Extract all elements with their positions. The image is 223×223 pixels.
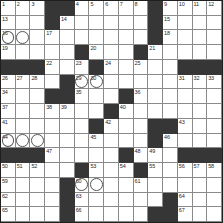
white-cell-r2c14[interactable] [193,16,208,31]
white-cell-r3c14[interactable] [193,30,208,45]
white-cell-r14c1[interactable]: 62 [1,193,16,208]
white-cell-r2c3[interactable] [30,16,45,31]
clue-number-32: 32 [194,75,200,82]
white-cell-r15c7[interactable] [89,207,104,222]
white-cell-r10c1[interactable]: 44 [1,134,16,149]
white-cell-r9c6[interactable] [75,119,90,134]
clue-number-60: 60 [76,178,82,185]
white-cell-r14c2[interactable] [16,193,31,208]
clue-number-54: 54 [120,163,126,170]
block-cell-r13c5 [60,178,75,193]
clue-number-44: 44 [2,134,8,141]
white-cell-r4c4[interactable] [45,45,60,60]
white-cell-r4c1[interactable]: 19 [1,45,16,60]
white-cell-r6c11[interactable] [148,75,163,90]
white-cell-r13c1[interactable]: 59 [1,178,16,193]
white-cell-r6c8[interactable] [104,75,119,90]
clue-number-4: 4 [76,1,79,8]
white-cell-r3c8[interactable] [104,30,119,45]
clue-number-67: 67 [179,207,185,214]
circle-marker [16,134,29,147]
white-cell-r4c11[interactable]: 21 [148,45,163,60]
clue-number-58: 58 [208,163,214,170]
block-cell-r15c12 [163,207,178,222]
clue-number-19: 19 [2,45,8,52]
white-cell-r13c15[interactable] [207,178,222,193]
white-cell-r6c7[interactable]: 30 [89,75,104,90]
clue-number-25: 25 [135,60,141,67]
white-cell-r15c14[interactable] [193,207,208,222]
clue-number-59: 59 [2,178,8,185]
white-cell-r13c6[interactable]: 60 [75,178,90,193]
white-cell-r1c10[interactable]: 8 [134,1,149,16]
white-cell-r15c8[interactable] [104,207,119,222]
white-cell-r12c11[interactable]: 55 [148,163,163,178]
white-cell-r10c10[interactable] [134,134,149,149]
white-cell-r13c2[interactable] [16,178,31,193]
white-cell-r10c7[interactable]: 45 [89,134,104,149]
block-cell-r7c9 [119,89,134,104]
white-cell-r9c10[interactable] [134,119,149,134]
clue-number-36: 36 [135,89,141,96]
white-cell-r10c3[interactable] [30,134,45,149]
white-cell-r7c1[interactable]: 34 [1,89,16,104]
clue-number-63: 63 [76,193,82,200]
white-cell-r6c6[interactable]: 29 [75,75,90,90]
clue-number-11: 11 [194,1,199,8]
white-cell-r6c13[interactable]: 31 [178,75,193,90]
white-cell-r4c5[interactable] [60,45,75,60]
white-cell-r15c9[interactable] [119,207,134,222]
white-cell-r15c4[interactable] [45,207,60,222]
white-cell-r15c10[interactable] [134,207,149,222]
clue-number-62: 62 [2,193,8,200]
block-cell-r6c5 [60,75,75,90]
clue-number-27: 27 [17,75,23,82]
white-cell-r1c15[interactable]: 12 [207,1,222,16]
block-cell-r5c7 [89,60,104,75]
block-cell-r11c1 [1,148,16,163]
block-cell-r5c15 [207,60,222,75]
white-cell-r4c8[interactable] [104,45,119,60]
white-cell-r15c6[interactable]: 66 [75,207,90,222]
white-cell-r3c6[interactable] [75,30,90,45]
white-cell-r15c2[interactable] [16,207,31,222]
circle-marker [31,134,44,147]
clue-number-65: 65 [2,207,8,214]
crossword-grid: 1234567891011121314151617181920212223242… [0,0,223,223]
white-cell-r5c12[interactable] [163,60,178,75]
white-cell-r13c13[interactable] [178,178,193,193]
white-cell-r7c15[interactable] [207,89,222,104]
white-cell-r6c3[interactable]: 28 [30,75,45,90]
white-cell-r5c9[interactable] [119,60,134,75]
white-cell-r13c11[interactable] [148,178,163,193]
block-cell-r8c8 [104,104,119,119]
white-cell-r12c14[interactable]: 57 [193,163,208,178]
white-cell-r8c10[interactable] [134,104,149,119]
white-cell-r6c2[interactable]: 27 [16,75,31,90]
clue-number-9: 9 [164,1,167,8]
block-cell-r15c11 [148,207,163,222]
block-cell-r5c2 [16,60,31,75]
white-cell-r4c12[interactable] [163,45,178,60]
white-cell-r10c12[interactable]: 46 [163,134,178,149]
block-cell-r1c5 [60,1,75,16]
white-cell-r2c15[interactable] [207,16,222,31]
block-cell-r3c11 [148,30,163,45]
white-cell-r8c13[interactable] [178,104,193,119]
clue-number-49: 49 [149,148,155,155]
clue-number-29: 29 [76,75,82,82]
white-cell-r6c4[interactable] [45,75,60,90]
block-cell-r11c3 [30,148,45,163]
white-cell-r11c4[interactable]: 47 [45,148,60,163]
clue-number-57: 57 [194,163,200,170]
white-cell-r10c13[interactable] [178,134,193,149]
block-cell-r14c12 [163,193,178,208]
white-cell-r15c15[interactable] [207,207,222,222]
block-cell-r14c5 [60,193,75,208]
white-cell-r14c8[interactable] [104,193,119,208]
white-cell-r7c11[interactable] [148,89,163,104]
white-cell-r13c4[interactable] [45,178,60,193]
clue-number-66: 66 [76,207,82,214]
block-cell-r7c5 [60,89,75,104]
white-cell-r8c4[interactable]: 38 [45,104,60,119]
white-cell-r8c1[interactable]: 37 [1,104,16,119]
white-cell-r9c8[interactable]: 42 [104,119,119,134]
white-cell-r8c6[interactable] [75,104,90,119]
block-cell-r5c14 [193,60,208,75]
white-cell-r7c12[interactable] [163,89,178,104]
white-cell-r13c7[interactable] [89,178,104,193]
block-cell-r9c11 [148,119,163,134]
white-cell-r10c14[interactable] [193,134,208,149]
white-cell-r10c2[interactable] [16,134,31,149]
white-cell-r10c15[interactable] [207,134,222,149]
white-cell-r3c12[interactable]: 18 [163,30,178,45]
white-cell-r11c6[interactable] [75,148,90,163]
white-cell-r7c3[interactable] [30,89,45,104]
clue-number-16: 16 [2,30,8,37]
white-cell-r12c12[interactable] [163,163,178,178]
white-cell-r7c8[interactable] [104,89,119,104]
white-cell-r1c12[interactable]: 9 [163,1,178,16]
white-cell-r2c10[interactable] [134,16,149,31]
white-cell-r10c8[interactable] [104,134,119,149]
white-cell-r14c4[interactable] [45,193,60,208]
white-cell-r8c5[interactable]: 39 [60,104,75,119]
block-cell-r7c4 [45,89,60,104]
white-cell-r9c3[interactable] [30,119,45,134]
block-cell-r1c11 [148,1,163,16]
clue-number-45: 45 [90,134,96,141]
white-cell-r11c5[interactable] [60,148,75,163]
white-cell-r15c3[interactable] [30,207,45,222]
white-cell-r8c14[interactable] [193,104,208,119]
clue-number-5: 5 [90,1,93,8]
block-cell-r4c10 [134,45,149,60]
clue-number-39: 39 [61,104,67,111]
white-cell-r1c14[interactable]: 11 [193,1,208,16]
clue-number-30: 30 [90,75,96,82]
white-cell-r5c6[interactable]: 23 [75,60,90,75]
circle-marker [16,31,29,44]
white-cell-r4c7[interactable]: 20 [89,45,104,60]
white-cell-r8c9[interactable]: 40 [119,104,134,119]
white-cell-r2c5[interactable]: 14 [60,16,75,31]
white-cell-r12c1[interactable]: 50 [1,163,16,178]
clue-number-34: 34 [2,89,8,96]
clue-number-42: 42 [105,119,111,126]
clue-number-22: 22 [46,60,52,67]
white-cell-r3c9[interactable] [119,30,134,45]
block-cell-r11c15 [207,148,222,163]
clue-number-17: 17 [46,30,52,37]
white-cell-r3c10[interactable] [134,30,149,45]
block-cell-r5c13 [178,60,193,75]
white-cell-r9c4[interactable] [45,119,60,134]
block-cell-r10c11 [148,134,163,149]
white-cell-r12c9[interactable]: 54 [119,163,134,178]
white-cell-r14c6[interactable]: 63 [75,193,90,208]
white-cell-r12c3[interactable]: 52 [30,163,45,178]
clue-number-12: 12 [208,1,214,8]
clue-number-40: 40 [120,104,126,111]
white-cell-r4c2[interactable] [16,45,31,60]
white-cell-r4c3[interactable] [30,45,45,60]
clue-number-53: 53 [90,163,96,170]
clue-number-41: 41 [2,119,8,126]
white-cell-r12c8[interactable] [104,163,119,178]
clue-number-55: 55 [149,163,155,170]
white-cell-r13c8[interactable] [104,178,119,193]
white-cell-r3c4[interactable]: 17 [45,30,60,45]
clue-number-46: 46 [164,134,170,141]
block-cell-r9c7 [89,119,104,134]
white-cell-r3c1[interactable]: 16 [1,30,16,45]
white-cell-r13c12[interactable] [163,178,178,193]
white-cell-r11c10[interactable]: 48 [134,148,149,163]
white-cell-r4c9[interactable] [119,45,134,60]
white-cell-r14c14[interactable] [193,193,208,208]
white-cell-r13c3[interactable] [30,178,45,193]
white-cell-r3c2[interactable] [16,30,31,45]
block-cell-r5c3 [30,60,45,75]
white-cell-r7c2[interactable] [16,89,31,104]
white-cell-r8c11[interactable] [148,104,163,119]
white-cell-r1c9[interactable]: 7 [119,1,134,16]
white-cell-r2c2[interactable] [16,16,31,31]
white-cell-r6c14[interactable]: 32 [193,75,208,90]
white-cell-r2c7[interactable] [89,16,104,31]
clue-number-51: 51 [17,163,23,170]
white-cell-r8c12[interactable] [163,104,178,119]
white-cell-r11c12[interactable] [163,148,178,163]
white-cell-r5c11[interactable] [148,60,163,75]
clue-number-47: 47 [46,148,52,155]
white-cell-r5c4[interactable]: 22 [45,60,60,75]
white-cell-r3c15[interactable] [207,30,222,45]
clue-number-14: 14 [61,16,67,23]
white-cell-r8c15[interactable] [207,104,222,119]
clue-number-20: 20 [90,45,96,52]
clue-number-43: 43 [179,119,185,126]
clue-number-1: 1 [2,1,5,8]
clue-number-18: 18 [164,30,170,37]
clue-number-37: 37 [2,104,8,111]
white-cell-r4c13[interactable] [178,45,193,60]
white-cell-r12c15[interactable]: 58 [207,163,222,178]
clue-number-13: 13 [2,16,8,23]
white-cell-r13c10[interactable]: 61 [134,178,149,193]
white-cell-r13c9[interactable] [119,178,134,193]
block-cell-r15c5 [60,207,75,222]
white-cell-r11c11[interactable]: 49 [148,148,163,163]
clue-number-56: 56 [179,163,185,170]
clue-number-52: 52 [31,163,37,170]
white-cell-r1c6[interactable]: 4 [75,1,90,16]
white-cell-r12c4[interactable] [45,163,60,178]
white-cell-r3c5[interactable] [60,30,75,45]
white-cell-r2c12[interactable]: 15 [163,16,178,31]
white-cell-r11c8[interactable] [104,148,119,163]
white-cell-r7c6[interactable]: 35 [75,89,90,104]
block-cell-r2c4 [45,16,60,31]
white-cell-r13c14[interactable] [193,178,208,193]
white-cell-r8c7[interactable] [89,104,104,119]
white-cell-r11c7[interactable] [89,148,104,163]
block-cell-r1c4 [45,1,60,16]
clue-number-50: 50 [2,163,8,170]
white-cell-r3c7[interactable] [89,30,104,45]
clue-number-64: 64 [179,193,185,200]
clue-number-7: 7 [120,1,123,8]
white-cell-r7c13[interactable] [178,89,193,104]
clue-number-6: 6 [105,1,108,8]
white-cell-r15c1[interactable]: 65 [1,207,16,222]
clue-number-10: 10 [179,1,185,8]
white-cell-r4c14[interactable] [193,45,208,60]
white-cell-r3c13[interactable] [178,30,193,45]
white-cell-r14c10[interactable] [134,193,149,208]
white-cell-r5c10[interactable]: 25 [134,60,149,75]
white-cell-r2c1[interactable]: 13 [1,16,16,31]
white-cell-r6c15[interactable]: 33 [207,75,222,90]
clue-number-31: 31 [179,75,185,82]
white-cell-r12c5[interactable] [60,163,75,178]
clue-number-8: 8 [135,1,138,8]
white-cell-r1c3[interactable]: 3 [30,1,45,16]
clue-number-38: 38 [46,104,52,111]
clue-number-26: 26 [2,75,8,82]
white-cell-r2c9[interactable] [119,16,134,31]
clue-number-35: 35 [76,89,82,96]
clue-number-24: 24 [105,60,111,67]
block-cell-r2c11 [148,16,163,31]
white-cell-r8c2[interactable] [16,104,31,119]
white-cell-r5c8[interactable]: 24 [104,60,119,75]
block-cell-r11c9 [119,148,134,163]
white-cell-r12c7[interactable]: 53 [89,163,104,178]
white-cell-r14c13[interactable]: 64 [178,193,193,208]
white-cell-r12c2[interactable]: 51 [16,163,31,178]
white-cell-r9c2[interactable] [16,119,31,134]
white-cell-r15c13[interactable]: 67 [178,207,193,222]
white-cell-r14c7[interactable] [89,193,104,208]
white-cell-r7c14[interactable] [193,89,208,104]
white-cell-r10c5[interactable] [60,134,75,149]
white-cell-r1c2[interactable]: 2 [16,1,31,16]
white-cell-r9c15[interactable] [207,119,222,134]
white-cell-r3c3[interactable] [30,30,45,45]
clue-number-21: 21 [149,45,155,52]
circle-marker [90,178,103,191]
clue-number-2: 2 [17,1,20,8]
white-cell-r9c9[interactable] [119,119,134,134]
white-cell-r2c8[interactable] [104,16,119,31]
white-cell-r7c7[interactable] [89,89,104,104]
white-cell-r9c1[interactable]: 41 [1,119,16,134]
white-cell-r7c10[interactable]: 36 [134,89,149,104]
block-cell-r9c12 [163,119,178,134]
white-cell-r6c12[interactable] [163,75,178,90]
white-cell-r5c5[interactable] [60,60,75,75]
clue-number-48: 48 [135,148,141,155]
clue-number-33: 33 [208,75,214,82]
block-cell-r5c1 [1,60,16,75]
white-cell-r9c14[interactable] [193,119,208,134]
block-cell-r11c14 [193,148,208,163]
white-cell-r2c13[interactable] [178,16,193,31]
clue-number-15: 15 [164,16,170,23]
white-cell-r9c5[interactable] [60,119,75,134]
white-cell-r14c9[interactable] [119,193,134,208]
block-cell-r11c13 [178,148,193,163]
white-cell-r14c11[interactable] [148,193,163,208]
white-cell-r6c1[interactable]: 26 [1,75,16,90]
white-cell-r9c13[interactable]: 43 [178,119,193,134]
white-cell-r14c15[interactable] [207,193,222,208]
white-cell-r1c1[interactable]: 1 [1,1,16,16]
white-cell-r6c9[interactable] [119,75,134,90]
white-cell-r8c3[interactable] [30,104,45,119]
white-cell-r4c15[interactable] [207,45,222,60]
clue-number-3: 3 [31,1,34,8]
block-cell-r11c2 [16,148,31,163]
white-cell-r1c7[interactable]: 5 [89,1,104,16]
white-cell-r10c4[interactable] [45,134,60,149]
white-cell-r10c9[interactable] [119,134,134,149]
white-cell-r14c3[interactable] [30,193,45,208]
block-cell-r4c6 [75,45,90,60]
clue-number-61: 61 [135,178,141,185]
white-cell-r10c6[interactable] [75,134,90,149]
white-cell-r12c13[interactable]: 56 [178,163,193,178]
white-cell-r2c6[interactable] [75,16,90,31]
clue-number-23: 23 [76,60,82,67]
block-cell-r12c10 [134,163,149,178]
white-cell-r1c8[interactable]: 6 [104,1,119,16]
clue-number-28: 28 [31,75,37,82]
white-cell-r6c10[interactable] [134,75,149,90]
white-cell-r1c13[interactable]: 10 [178,1,193,16]
block-cell-r12c6 [75,163,90,178]
